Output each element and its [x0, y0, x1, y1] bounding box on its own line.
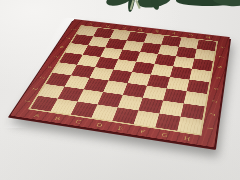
- file-label-text: E: [117, 124, 125, 132]
- board-shadow-wrapper: ABCDEFGH ABCDEFGH 87654321 87654321: [0, 0, 240, 180]
- chess-board: ABCDEFGH ABCDEFGH 87654321 87654321: [10, 19, 229, 147]
- file-label-text: F: [171, 31, 176, 35]
- rank-label-text: 2: [30, 87, 40, 90]
- file-label: G: [152, 129, 177, 142]
- rank-label-text: 1: [22, 99, 32, 102]
- rank-label-text: 8: [69, 28, 77, 30]
- rank-label-text: 1: [205, 126, 215, 130]
- file-label-text: D: [137, 27, 143, 31]
- file-label-text: H: [183, 134, 191, 142]
- rank-label-text: 5: [51, 55, 60, 58]
- rank-label-text: 6: [57, 46, 66, 49]
- rank-label-text: 6: [215, 65, 224, 68]
- file-label-text: G: [188, 33, 194, 38]
- file-label-text: C: [74, 118, 83, 125]
- file-label-text: H: [205, 35, 211, 40]
- rank-label-text: 8: [219, 46, 227, 49]
- file-label: H: [175, 132, 200, 145]
- file-label-text: A: [33, 112, 42, 119]
- rank-label-text: 7: [217, 55, 225, 58]
- file-label-text: C: [121, 25, 127, 29]
- file-label-text: B: [105, 23, 111, 27]
- rank-label-text: 3: [209, 99, 219, 102]
- file-label-text: F: [139, 128, 146, 136]
- rank-label: 1: [202, 120, 218, 136]
- file-label-text: D: [95, 121, 104, 129]
- file-label-text: E: [154, 29, 159, 33]
- rank-label-text: 4: [211, 87, 220, 90]
- file-label-text: G: [161, 131, 169, 139]
- file-label: F: [130, 125, 155, 137]
- square-h1[interactable]: [177, 117, 202, 134]
- rank-label-text: 2: [207, 112, 217, 116]
- file-label-text: B: [53, 115, 62, 122]
- file-label-text: A: [88, 22, 95, 26]
- rank-label-text: 3: [37, 76, 46, 79]
- rank-label-text: 4: [44, 65, 53, 68]
- rank-label-text: 5: [213, 76, 222, 79]
- rank-label-text: 7: [63, 37, 71, 39]
- scene: ABCDEFGH ABCDEFGH 87654321 87654321: [0, 0, 240, 180]
